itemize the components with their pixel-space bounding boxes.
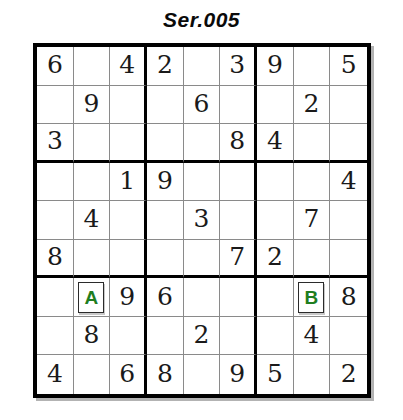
cell-r3c8[interactable] xyxy=(294,124,331,163)
letter-label-a: A xyxy=(85,288,99,307)
given-digit: 2 xyxy=(341,361,357,386)
cell-r5c4[interactable] xyxy=(147,201,184,240)
cell-r2c8[interactable]: 2 xyxy=(294,86,331,125)
cell-r3c3[interactable] xyxy=(110,124,147,163)
given-digit: 8 xyxy=(229,128,245,153)
cell-r3c1[interactable]: 3 xyxy=(37,124,74,163)
cell-r9c6[interactable]: 9 xyxy=(220,355,257,394)
cell-r7c3[interactable]: 9 xyxy=(110,278,147,317)
letter-label-b: B xyxy=(305,288,319,307)
cell-r4c7[interactable] xyxy=(257,163,294,202)
cell-r6c7[interactable]: 2 xyxy=(257,240,294,279)
given-digit: 1 xyxy=(119,168,135,193)
cell-r2c5[interactable]: 6 xyxy=(184,86,221,125)
cell-r6c3[interactable] xyxy=(110,240,147,279)
given-digit: 9 xyxy=(119,284,135,309)
cell-r4c3[interactable]: 1 xyxy=(110,163,147,202)
cell-r4c5[interactable] xyxy=(184,163,221,202)
cell-r1c5[interactable] xyxy=(184,47,221,86)
cell-r6c6[interactable]: 7 xyxy=(220,240,257,279)
cell-r1c3[interactable]: 4 xyxy=(110,47,147,86)
letter-box-b: B xyxy=(298,282,324,313)
cell-r1c2[interactable] xyxy=(74,47,111,86)
cell-r5c7[interactable] xyxy=(257,201,294,240)
given-digit: 6 xyxy=(119,361,135,386)
cell-r2c9[interactable] xyxy=(330,86,367,125)
cell-r5c2[interactable]: 4 xyxy=(74,201,111,240)
given-digit: 7 xyxy=(229,244,245,269)
cell-r6c1[interactable]: 8 xyxy=(37,240,74,279)
given-digit: 2 xyxy=(157,52,173,77)
given-digit: 2 xyxy=(194,322,210,347)
cell-r8c5[interactable]: 2 xyxy=(184,317,221,356)
cell-r5c9[interactable] xyxy=(330,201,367,240)
cell-r1c4[interactable]: 2 xyxy=(147,47,184,86)
cell-r7c7[interactable] xyxy=(257,278,294,317)
cell-r2c1[interactable] xyxy=(37,86,74,125)
given-digit: 2 xyxy=(304,91,320,116)
cell-r4c2[interactable] xyxy=(74,163,111,202)
cell-r3c5[interactable] xyxy=(184,124,221,163)
cell-r6c9[interactable] xyxy=(330,240,367,279)
cell-r1c6[interactable]: 3 xyxy=(220,47,257,86)
cell-r8c3[interactable] xyxy=(110,317,147,356)
given-digit: 6 xyxy=(47,52,63,77)
puzzle-page: Ser.005 642395962384194437872A96B8824468… xyxy=(0,0,403,420)
cell-r3c6[interactable]: 8 xyxy=(220,124,257,163)
given-digit: 4 xyxy=(47,361,63,386)
cell-r9c5[interactable] xyxy=(184,355,221,394)
cell-r7c5[interactable] xyxy=(184,278,221,317)
cell-r7c4[interactable]: 6 xyxy=(147,278,184,317)
cell-r9c1[interactable]: 4 xyxy=(37,355,74,394)
cell-r7c8[interactable]: B xyxy=(294,278,331,317)
cell-r8c2[interactable]: 8 xyxy=(74,317,111,356)
cell-r8c1[interactable] xyxy=(37,317,74,356)
cell-r9c3[interactable]: 6 xyxy=(110,355,147,394)
given-digit: 9 xyxy=(229,361,245,386)
given-digit: 3 xyxy=(229,52,245,77)
cell-r7c1[interactable] xyxy=(37,278,74,317)
cell-r3c9[interactable] xyxy=(330,124,367,163)
given-digit: 5 xyxy=(267,361,283,386)
given-digit: 4 xyxy=(119,52,135,77)
given-digit: 8 xyxy=(47,244,63,269)
puzzle-title: Ser.005 xyxy=(0,8,403,32)
cell-r1c7[interactable]: 9 xyxy=(257,47,294,86)
cell-r1c1[interactable]: 6 xyxy=(37,47,74,86)
given-digit: 8 xyxy=(84,322,100,347)
cell-r3c7[interactable]: 4 xyxy=(257,124,294,163)
cell-r8c6[interactable] xyxy=(220,317,257,356)
cell-r1c8[interactable] xyxy=(294,47,331,86)
cell-r9c2[interactable] xyxy=(74,355,111,394)
cell-r4c9[interactable]: 4 xyxy=(330,163,367,202)
cell-r1c9[interactable]: 5 xyxy=(330,47,367,86)
given-digit: 4 xyxy=(267,128,283,153)
cell-r5c6[interactable] xyxy=(220,201,257,240)
given-digit: 5 xyxy=(341,52,357,77)
given-digit: 7 xyxy=(304,206,320,231)
given-digit: 8 xyxy=(341,284,357,309)
cell-r4c4[interactable]: 9 xyxy=(147,163,184,202)
cell-r6c5[interactable] xyxy=(184,240,221,279)
given-digit: 9 xyxy=(84,91,100,116)
cell-r8c9[interactable] xyxy=(330,317,367,356)
given-digit: 6 xyxy=(157,284,173,309)
given-digit: 9 xyxy=(267,52,283,77)
cell-r7c6[interactable] xyxy=(220,278,257,317)
cell-r6c8[interactable] xyxy=(294,240,331,279)
cell-r4c6[interactable] xyxy=(220,163,257,202)
cell-r9c8[interactable] xyxy=(294,355,331,394)
cell-r8c8[interactable]: 4 xyxy=(294,317,331,356)
given-digit: 4 xyxy=(84,206,100,231)
cell-r9c9[interactable]: 2 xyxy=(330,355,367,394)
given-digit: 2 xyxy=(267,244,283,269)
given-digit: 4 xyxy=(304,322,320,347)
cell-r7c9[interactable]: 8 xyxy=(330,278,367,317)
cell-r5c8[interactable]: 7 xyxy=(294,201,331,240)
cell-r3c4[interactable] xyxy=(147,124,184,163)
cell-r2c2[interactable]: 9 xyxy=(74,86,111,125)
cell-r6c2[interactable] xyxy=(74,240,111,279)
given-digit: 3 xyxy=(47,128,63,153)
cell-r2c3[interactable] xyxy=(110,86,147,125)
cell-r4c8[interactable] xyxy=(294,163,331,202)
cell-r7c2[interactable]: A xyxy=(74,278,111,317)
given-digit: 8 xyxy=(157,361,173,386)
given-digit: 3 xyxy=(194,206,210,231)
cell-r6c4[interactable] xyxy=(147,240,184,279)
cell-r9c7[interactable]: 5 xyxy=(257,355,294,394)
cell-r5c5[interactable]: 3 xyxy=(184,201,221,240)
cell-r3c2[interactable] xyxy=(74,124,111,163)
given-digit: 6 xyxy=(194,91,210,116)
cell-r8c4[interactable] xyxy=(147,317,184,356)
sudoku-board: 642395962384194437872A96B8824468952 xyxy=(33,43,371,398)
cell-r2c6[interactable] xyxy=(220,86,257,125)
cell-r4c1[interactable] xyxy=(37,163,74,202)
cell-r5c3[interactable] xyxy=(110,201,147,240)
given-digit: 4 xyxy=(341,168,357,193)
cell-r9c4[interactable]: 8 xyxy=(147,355,184,394)
letter-box-a: A xyxy=(78,282,104,313)
cell-r5c1[interactable] xyxy=(37,201,74,240)
cell-r2c4[interactable] xyxy=(147,86,184,125)
given-digit: 9 xyxy=(157,168,173,193)
cell-r2c7[interactable] xyxy=(257,86,294,125)
cell-r8c7[interactable] xyxy=(257,317,294,356)
